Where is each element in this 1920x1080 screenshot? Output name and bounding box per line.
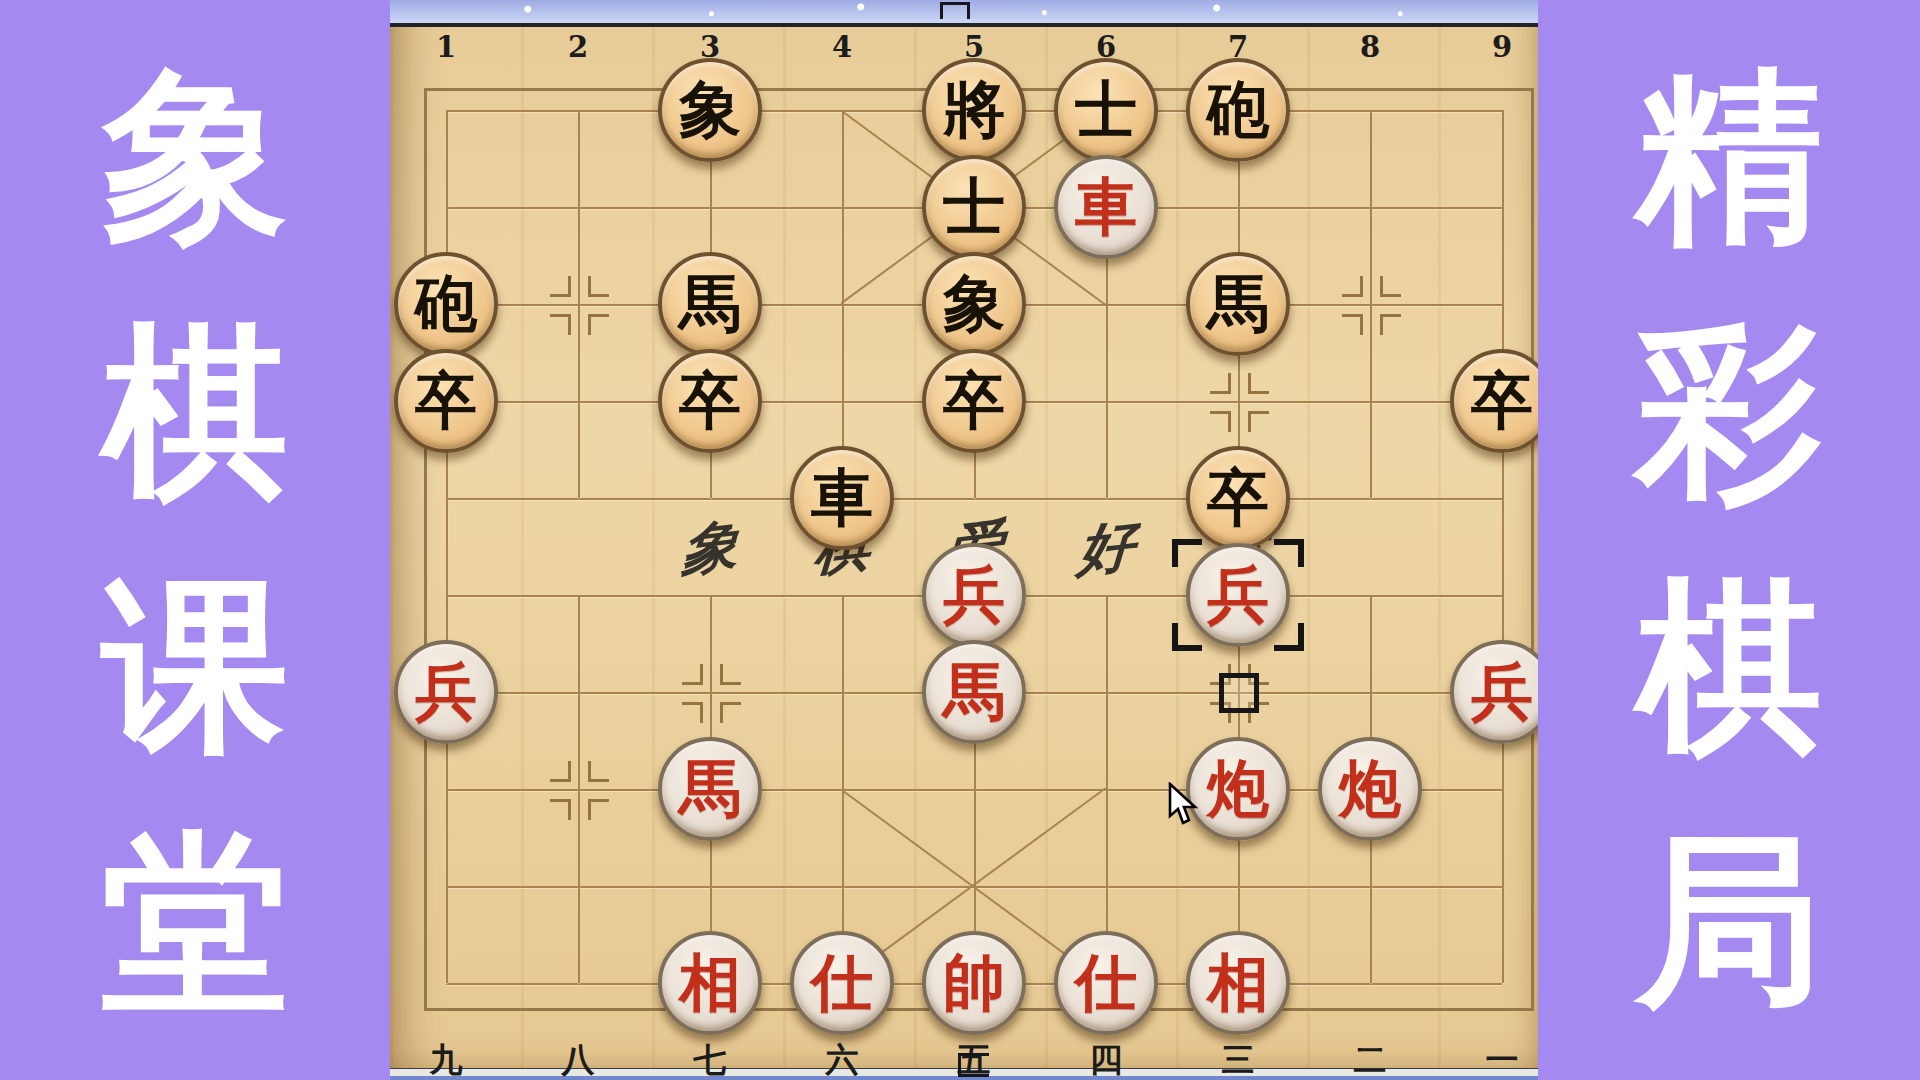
piece-glyph: 車 xyxy=(1075,165,1137,249)
file-label-bottom: 四 xyxy=(1084,1038,1128,1080)
piece-glyph: 仕 xyxy=(811,941,873,1025)
black-piece-象[interactable]: 象 xyxy=(922,252,1026,356)
piece-glyph: 卒 xyxy=(679,359,741,443)
right-banner-char: 彩 xyxy=(1538,312,1920,512)
left-banner-char: 棋 xyxy=(0,312,390,512)
piece-glyph: 相 xyxy=(1207,941,1269,1025)
black-piece-士[interactable]: 士 xyxy=(1054,58,1158,162)
black-piece-馬[interactable]: 馬 xyxy=(658,252,762,356)
red-piece-兵[interactable]: 兵 xyxy=(394,640,498,744)
right-banner-char: 局 xyxy=(1538,822,1920,1022)
piece-glyph: 仕 xyxy=(1075,941,1137,1025)
grid-line xyxy=(578,110,580,498)
piece-glyph: 馬 xyxy=(1207,262,1269,346)
river-watermark-text: 好 xyxy=(1063,506,1148,591)
piece-glyph: 馬 xyxy=(943,650,1005,734)
app-window: 象棋课堂 精彩棋局 123456789九八七六五四三二一象棋爱好者象將士砲士車砲… xyxy=(0,0,1920,1080)
file-label-bottom: 七 xyxy=(688,1038,732,1080)
piece-glyph: 卒 xyxy=(415,359,477,443)
red-piece-相[interactable]: 相 xyxy=(1186,931,1290,1035)
grid-line xyxy=(578,595,580,983)
piece-glyph: 士 xyxy=(1075,68,1137,152)
piece-glyph: 兵 xyxy=(415,650,477,734)
piece-glyph: 帥 xyxy=(943,941,1005,1025)
piece-glyph: 象 xyxy=(679,68,741,152)
black-piece-卒[interactable]: 卒 xyxy=(658,349,762,453)
xiangqi-board[interactable]: 123456789九八七六五四三二一象棋爱好者象將士砲士車砲馬象馬卒卒卒卒車卒兵… xyxy=(390,0,1538,1080)
black-piece-卒[interactable]: 卒 xyxy=(394,349,498,453)
piece-glyph: 卒 xyxy=(1207,456,1269,540)
red-piece-車[interactable]: 車 xyxy=(1054,155,1158,259)
piece-glyph: 馬 xyxy=(679,747,741,831)
right-banner-panel: 精彩棋局 xyxy=(1538,0,1920,1080)
piece-glyph: 砲 xyxy=(1207,68,1269,152)
piece-glyph: 車 xyxy=(811,456,873,540)
black-piece-車[interactable]: 車 xyxy=(790,446,894,550)
left-banner-panel: 象棋课堂 xyxy=(0,0,390,1080)
right-banner-char: 棋 xyxy=(1538,567,1920,767)
left-banner-char: 象 xyxy=(0,57,390,257)
file-label-top: 9 xyxy=(1482,30,1522,64)
piece-glyph: 炮 xyxy=(1207,747,1269,831)
file-label-bottom: 九 xyxy=(424,1038,468,1080)
file-label-bottom: 六 xyxy=(820,1038,864,1080)
piece-glyph: 馬 xyxy=(679,262,741,346)
red-piece-仕[interactable]: 仕 xyxy=(1054,931,1158,1035)
left-banner-char: 堂 xyxy=(0,822,390,1022)
grid-line xyxy=(842,110,844,498)
file-label-bottom: 八 xyxy=(556,1038,600,1080)
grid-line xyxy=(1502,110,1504,983)
grid-line xyxy=(1106,595,1108,983)
black-piece-卒[interactable]: 卒 xyxy=(1186,446,1290,550)
piece-glyph: 兵 xyxy=(943,553,1005,637)
mouse-cursor-icon xyxy=(1168,782,1202,828)
file-label-bottom: 三 xyxy=(1216,1038,1260,1080)
black-piece-士[interactable]: 士 xyxy=(922,155,1026,259)
black-piece-砲[interactable]: 砲 xyxy=(394,252,498,356)
file-label-top: 2 xyxy=(558,30,598,64)
black-piece-砲[interactable]: 砲 xyxy=(1186,58,1290,162)
piece-glyph: 相 xyxy=(679,941,741,1025)
piece-glyph: 砲 xyxy=(415,262,477,346)
black-piece-象[interactable]: 象 xyxy=(658,58,762,162)
piece-glyph: 將 xyxy=(943,68,1005,152)
file-label-top: 4 xyxy=(822,30,862,64)
watermark-fragment xyxy=(958,1053,989,1077)
file-label-bottom: 一 xyxy=(1480,1038,1524,1080)
file-label-bottom: 二 xyxy=(1348,1038,1392,1080)
piece-glyph: 士 xyxy=(943,165,1005,249)
piece-glyph: 兵 xyxy=(1471,650,1533,734)
selection-bracket xyxy=(1172,539,1304,651)
piece-glyph: 卒 xyxy=(943,359,1005,443)
grid-line xyxy=(446,110,448,983)
board-top-edge xyxy=(390,23,1538,27)
river-watermark-text: 象 xyxy=(667,506,752,591)
piece-glyph: 象 xyxy=(943,262,1005,346)
file-label-top: 8 xyxy=(1350,30,1390,64)
move-target-marker[interactable] xyxy=(1219,673,1259,713)
red-piece-炮[interactable]: 炮 xyxy=(1318,737,1422,841)
black-piece-馬[interactable]: 馬 xyxy=(1186,252,1290,356)
file-label-top: 1 xyxy=(426,30,466,64)
piece-glyph: 炮 xyxy=(1339,747,1401,831)
red-piece-相[interactable]: 相 xyxy=(658,931,762,1035)
grid-line xyxy=(1370,110,1372,498)
red-piece-馬[interactable]: 馬 xyxy=(922,640,1026,744)
piece-glyph: 卒 xyxy=(1471,359,1533,443)
watermark-fragment xyxy=(940,2,970,19)
red-piece-馬[interactable]: 馬 xyxy=(658,737,762,841)
red-piece-帥[interactable]: 帥 xyxy=(922,931,1026,1035)
red-piece-仕[interactable]: 仕 xyxy=(790,931,894,1035)
red-piece-兵[interactable]: 兵 xyxy=(922,543,1026,647)
left-banner-char: 课 xyxy=(0,567,390,767)
right-banner-char: 精 xyxy=(1538,57,1920,257)
black-piece-卒[interactable]: 卒 xyxy=(922,349,1026,453)
black-piece-將[interactable]: 將 xyxy=(922,58,1026,162)
grid-line xyxy=(446,498,1502,500)
